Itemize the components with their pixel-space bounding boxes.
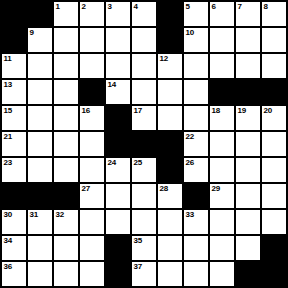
letter-cell-r2c10[interactable]: [262, 54, 286, 78]
letter-cell-r1c8[interactable]: [210, 28, 234, 52]
letter-cell-r2c0[interactable]: 11: [2, 54, 26, 78]
clue-number-17: 17: [134, 106, 142, 115]
letter-cell-r7c9[interactable]: [236, 184, 260, 208]
black-cell-r0c6: [158, 2, 182, 26]
black-cell-r9c4: [106, 236, 130, 260]
letter-cell-r8c4[interactable]: [106, 210, 130, 234]
letter-cell-r4c3[interactable]: 16: [80, 106, 104, 130]
letter-cell-r6c9[interactable]: [236, 158, 260, 182]
letter-cell-r5c9[interactable]: [236, 132, 260, 156]
letter-cell-r9c8[interactable]: [210, 236, 234, 260]
letter-cell-r7c6[interactable]: 28: [158, 184, 182, 208]
letter-cell-r10c3[interactable]: [80, 262, 104, 286]
clue-number-34: 34: [4, 236, 12, 245]
clue-number-9: 9: [30, 28, 34, 37]
clue-number-5: 5: [186, 2, 190, 11]
letter-cell-r5c1[interactable]: [28, 132, 52, 156]
letter-cell-r8c9[interactable]: [236, 210, 260, 234]
crossword-grid: 1234567891011121314151617181920212223242…: [0, 0, 288, 288]
letter-cell-r9c1[interactable]: [28, 236, 52, 260]
black-cell-r9c10: [262, 236, 286, 260]
letter-cell-r1c7[interactable]: 10: [184, 28, 208, 52]
letter-cell-r6c4[interactable]: 24: [106, 158, 130, 182]
black-cell-r3c3: [80, 80, 104, 104]
letter-cell-r9c2[interactable]: [54, 236, 78, 260]
black-cell-r1c6: [158, 28, 182, 52]
clue-number-10: 10: [186, 28, 194, 37]
letter-cell-r10c2[interactable]: [54, 262, 78, 286]
letter-cell-r10c0[interactable]: 36: [2, 262, 26, 286]
letter-cell-r6c0[interactable]: 23: [2, 158, 26, 182]
letter-cell-r2c1[interactable]: [28, 54, 52, 78]
black-cell-r0c0: [2, 2, 26, 26]
letter-cell-r7c5[interactable]: [132, 184, 156, 208]
clue-number-35: 35: [134, 236, 142, 245]
letter-cell-r2c2[interactable]: [54, 54, 78, 78]
clue-number-28: 28: [160, 184, 168, 193]
letter-cell-r9c7[interactable]: [184, 236, 208, 260]
letter-cell-r7c3[interactable]: 27: [80, 184, 104, 208]
clue-number-26: 26: [186, 158, 194, 167]
letter-cell-r1c2[interactable]: [54, 28, 78, 52]
letter-cell-r10c7[interactable]: [184, 262, 208, 286]
letter-cell-r1c9[interactable]: [236, 28, 260, 52]
clue-number-21: 21: [4, 132, 12, 141]
letter-cell-r3c6[interactable]: [158, 80, 182, 104]
black-cell-r10c9: [236, 262, 260, 286]
clue-number-22: 22: [186, 132, 194, 141]
letter-cell-r9c6[interactable]: [158, 236, 182, 260]
clue-number-37: 37: [134, 262, 142, 271]
clue-number-7: 7: [238, 2, 242, 11]
letter-cell-r0c3[interactable]: 2: [80, 2, 104, 26]
letter-cell-r3c1[interactable]: [28, 80, 52, 104]
letter-cell-r5c10[interactable]: [262, 132, 286, 156]
black-cell-r7c1: [28, 184, 52, 208]
letter-cell-r0c8[interactable]: 6: [210, 2, 234, 26]
letter-cell-r1c4[interactable]: [106, 28, 130, 52]
letter-cell-r8c7[interactable]: 33: [184, 210, 208, 234]
letter-cell-r10c1[interactable]: [28, 262, 52, 286]
letter-cell-r5c0[interactable]: 21: [2, 132, 26, 156]
black-cell-r10c4: [106, 262, 130, 286]
clue-number-18: 18: [212, 106, 220, 115]
letter-cell-r8c3[interactable]: [80, 210, 104, 234]
letter-cell-r3c4[interactable]: 14: [106, 80, 130, 104]
letter-cell-r4c6[interactable]: [158, 106, 182, 130]
clue-number-11: 11: [4, 54, 12, 63]
letter-cell-r7c4[interactable]: [106, 184, 130, 208]
letter-cell-r9c5[interactable]: 35: [132, 236, 156, 260]
letter-cell-r6c5[interactable]: 25: [132, 158, 156, 182]
black-cell-r6c6: [158, 158, 182, 182]
letter-cell-r4c9[interactable]: 19: [236, 106, 260, 130]
letter-cell-r8c5[interactable]: [132, 210, 156, 234]
black-cell-r3c8: [210, 80, 234, 104]
letter-cell-r10c6[interactable]: [158, 262, 182, 286]
black-cell-r3c10: [262, 80, 286, 104]
black-cell-r5c4: [106, 132, 130, 156]
clue-number-33: 33: [186, 210, 194, 219]
clue-number-16: 16: [82, 106, 90, 115]
letter-cell-r2c5[interactable]: [132, 54, 156, 78]
clue-number-4: 4: [134, 2, 138, 11]
letter-cell-r2c3[interactable]: [80, 54, 104, 78]
black-cell-r5c5: [132, 132, 156, 156]
black-cell-r5c6: [158, 132, 182, 156]
clue-number-29: 29: [212, 184, 220, 193]
letter-cell-r0c5[interactable]: 4: [132, 2, 156, 26]
letter-cell-r8c6[interactable]: [158, 210, 182, 234]
letter-cell-r0c2[interactable]: 1: [54, 2, 78, 26]
letter-cell-r6c8[interactable]: [210, 158, 234, 182]
clue-number-3: 3: [108, 2, 112, 11]
black-cell-r1c0: [2, 28, 26, 52]
clue-number-36: 36: [4, 262, 12, 271]
letter-cell-r6c2[interactable]: [54, 158, 78, 182]
letter-cell-r8c8[interactable]: [210, 210, 234, 234]
letter-cell-r9c0[interactable]: 34: [2, 236, 26, 260]
letter-cell-r6c7[interactable]: 26: [184, 158, 208, 182]
clue-number-24: 24: [108, 158, 116, 167]
letter-cell-r2c6[interactable]: 12: [158, 54, 182, 78]
letter-cell-r1c5[interactable]: [132, 28, 156, 52]
clue-number-2: 2: [82, 2, 86, 11]
letter-cell-r1c3[interactable]: [80, 28, 104, 52]
clue-number-19: 19: [238, 106, 246, 115]
letter-cell-r4c8[interactable]: 18: [210, 106, 234, 130]
letter-cell-r3c7[interactable]: [184, 80, 208, 104]
letter-cell-r10c5[interactable]: 37: [132, 262, 156, 286]
letter-cell-r8c1[interactable]: 31: [28, 210, 52, 234]
letter-cell-r0c10[interactable]: 8: [262, 2, 286, 26]
letter-cell-r7c10[interactable]: [262, 184, 286, 208]
clue-number-25: 25: [134, 158, 142, 167]
letter-cell-r8c2[interactable]: 32: [54, 210, 78, 234]
letter-cell-r5c3[interactable]: [80, 132, 104, 156]
black-cell-r7c2: [54, 184, 78, 208]
letter-cell-r0c4[interactable]: 3: [106, 2, 130, 26]
letter-cell-r2c9[interactable]: [236, 54, 260, 78]
letter-cell-r6c10[interactable]: [262, 158, 286, 182]
letter-cell-r4c7[interactable]: [184, 106, 208, 130]
letter-cell-r2c4[interactable]: [106, 54, 130, 78]
letter-cell-r3c2[interactable]: [54, 80, 78, 104]
letter-cell-r2c7[interactable]: [184, 54, 208, 78]
black-cell-r4c4: [106, 106, 130, 130]
letter-cell-r10c8[interactable]: [210, 262, 234, 286]
clue-number-30: 30: [4, 210, 12, 219]
letter-cell-r4c0[interactable]: 15: [2, 106, 26, 130]
letter-cell-r0c7[interactable]: 5: [184, 2, 208, 26]
clue-number-23: 23: [4, 158, 12, 167]
black-cell-r7c7: [184, 184, 208, 208]
letter-cell-r8c10[interactable]: [262, 210, 286, 234]
clue-number-20: 20: [264, 106, 272, 115]
letter-cell-r9c9[interactable]: [236, 236, 260, 260]
letter-cell-r4c1[interactable]: [28, 106, 52, 130]
letter-cell-r1c1[interactable]: 9: [28, 28, 52, 52]
black-cell-r0c1: [28, 2, 52, 26]
black-cell-r7c0: [2, 184, 26, 208]
letter-cell-r1c10[interactable]: [262, 28, 286, 52]
clue-number-13: 13: [4, 80, 12, 89]
letter-cell-r0c9[interactable]: 7: [236, 2, 260, 26]
letter-cell-r4c5[interactable]: 17: [132, 106, 156, 130]
letter-cell-r5c2[interactable]: [54, 132, 78, 156]
clue-number-14: 14: [108, 80, 116, 89]
clue-number-27: 27: [82, 184, 90, 193]
black-cell-r3c9: [236, 80, 260, 104]
clue-number-31: 31: [30, 210, 38, 219]
letter-cell-r6c3[interactable]: [80, 158, 104, 182]
letter-cell-r3c0[interactable]: 13: [2, 80, 26, 104]
clue-number-15: 15: [4, 106, 12, 115]
letter-cell-r4c10[interactable]: 20: [262, 106, 286, 130]
letter-cell-r6c1[interactable]: [28, 158, 52, 182]
clue-number-8: 8: [264, 2, 268, 11]
letter-cell-r3c5[interactable]: [132, 80, 156, 104]
letter-cell-r2c8[interactable]: [210, 54, 234, 78]
clue-number-1: 1: [56, 2, 60, 11]
black-cell-r10c10: [262, 262, 286, 286]
clue-number-6: 6: [212, 2, 216, 11]
letter-cell-r9c3[interactable]: [80, 236, 104, 260]
letter-cell-r5c7[interactable]: 22: [184, 132, 208, 156]
clue-number-32: 32: [56, 210, 64, 219]
letter-cell-r5c8[interactable]: [210, 132, 234, 156]
clue-number-12: 12: [160, 54, 168, 63]
letter-cell-r4c2[interactable]: [54, 106, 78, 130]
letter-cell-r8c0[interactable]: 30: [2, 210, 26, 234]
letter-cell-r7c8[interactable]: 29: [210, 184, 234, 208]
